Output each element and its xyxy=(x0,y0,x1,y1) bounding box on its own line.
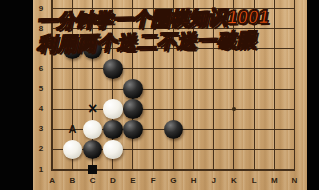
row-label: 6 xyxy=(34,64,48,74)
black-stone xyxy=(103,59,123,79)
row-label: 1 xyxy=(34,165,48,175)
letter-mark: A xyxy=(66,124,78,135)
row-label: 4 xyxy=(34,104,48,114)
cross-mark: × xyxy=(86,101,100,117)
letterbox-left xyxy=(0,0,33,190)
row-label: 2 xyxy=(34,144,48,154)
black-stone xyxy=(103,120,123,140)
grid-line xyxy=(51,68,295,69)
column-label: J xyxy=(208,176,220,186)
row-label: 3 xyxy=(34,124,48,134)
video-caption: 一分钟学一个围棋知识1001 利用两个送二不送一破眼 xyxy=(37,4,310,56)
black-stone xyxy=(123,120,143,140)
white-stone xyxy=(103,140,123,160)
column-label: N xyxy=(288,176,300,186)
column-label: A xyxy=(46,176,58,186)
column-label: B xyxy=(66,176,78,186)
column-label: E xyxy=(127,176,139,186)
column-label: D xyxy=(107,176,119,186)
video-frame: 123456789ABCDEFGHJKLMN×A 一分钟学一个围棋知识1001 … xyxy=(0,0,319,190)
column-label: H xyxy=(188,176,200,186)
row-label: 5 xyxy=(34,84,48,94)
black-stone xyxy=(83,140,103,160)
column-label: C xyxy=(87,176,99,186)
black-stone xyxy=(123,79,143,99)
white-stone xyxy=(83,120,103,140)
grid-line xyxy=(51,89,295,90)
black-stone xyxy=(123,99,143,119)
column-label: F xyxy=(147,176,159,186)
column-label: M xyxy=(268,176,280,186)
square-mark xyxy=(88,165,97,174)
star-point xyxy=(232,107,236,111)
column-label: G xyxy=(167,176,179,186)
column-label: K xyxy=(228,176,240,186)
white-stone xyxy=(63,140,83,160)
column-label: L xyxy=(248,176,260,186)
white-stone xyxy=(103,99,123,119)
black-stone xyxy=(164,120,184,140)
